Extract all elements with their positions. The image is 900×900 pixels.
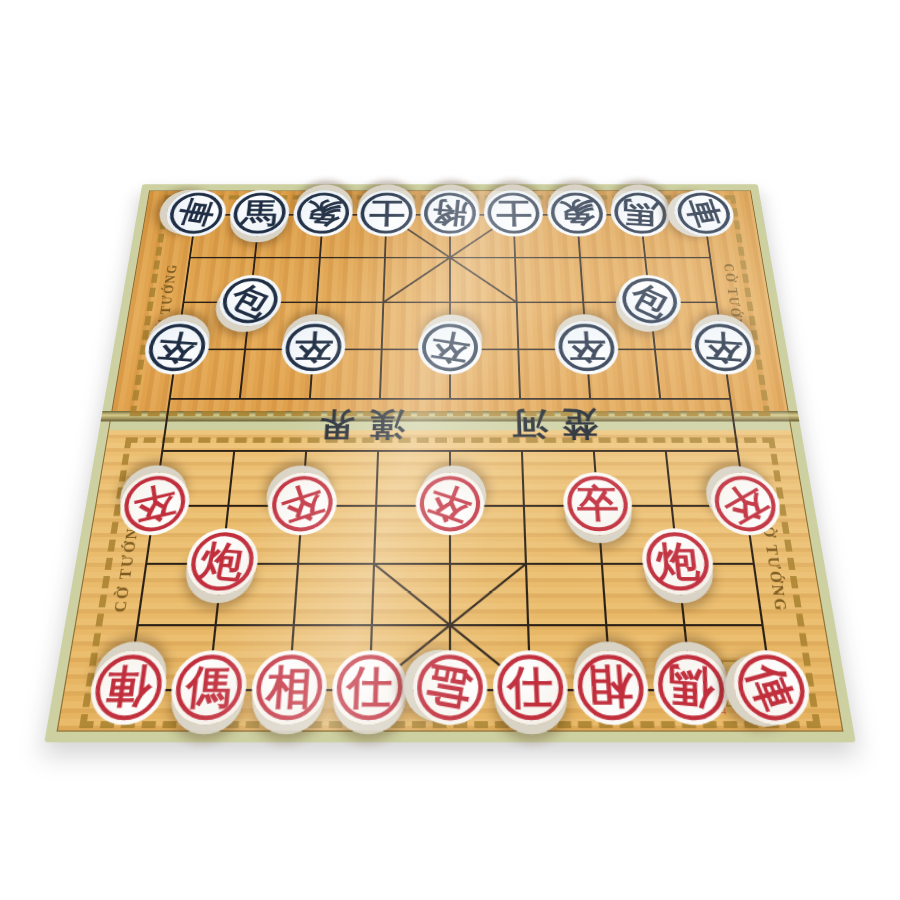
- point-r5c7[interactable]: [627, 425, 705, 478]
- point-r1c4[interactable]: [417, 236, 483, 280]
- piece-red-elephant-r9c2[interactable]: 相: [249, 650, 329, 725]
- point-r7c8[interactable]: [712, 534, 796, 594]
- piece-black-advisor-r0c3[interactable]: 士: [356, 190, 417, 237]
- point-r5c3[interactable]: [341, 425, 415, 478]
- point-r4c1[interactable]: [202, 374, 278, 425]
- point-r7c2[interactable]: [257, 534, 337, 594]
- point-r7c5[interactable]: [487, 534, 565, 594]
- piece-glyph: 卒: [690, 319, 756, 377]
- point-r2c5[interactable]: [483, 280, 551, 326]
- point-r3c5[interactable]: [484, 326, 554, 374]
- board-perspective-wrap: 漢界 楚河 CỜ TƯỚNG CỜ TƯỚNG CỜ TƯỚNG CỜ TƯỚN…: [44, 184, 855, 742]
- point-r1c0[interactable]: [154, 236, 225, 280]
- point-r1c8[interactable]: [675, 236, 746, 280]
- piece-glyph: 相: [249, 650, 329, 725]
- point-r4c8[interactable]: [692, 374, 769, 425]
- piece-black-soldier-r3c8[interactable]: 卒: [690, 319, 756, 377]
- piece-glyph: 將: [418, 188, 482, 238]
- point-r8c3[interactable]: [331, 594, 411, 657]
- piece-red-chariot-r9c0[interactable]: 俥: [85, 650, 170, 725]
- piece-black-soldier-r3c4[interactable]: 卒: [413, 317, 486, 379]
- piece-glyph: 仕: [330, 650, 407, 725]
- piece-black-elephant-r0c2[interactable]: 象: [289, 188, 356, 238]
- xiangqi-board: 漢界 楚河 CỜ TƯỚNG CỜ TƯỚNG CỜ TƯỚNG CỜ TƯỚN…: [44, 184, 855, 742]
- point-r1c5[interactable]: [482, 236, 549, 280]
- piece-red-advisor-r9c3[interactable]: 仕: [330, 650, 407, 725]
- point-r3c7[interactable]: [619, 326, 692, 374]
- piece-glyph: 馬: [227, 190, 291, 237]
- point-r7c6[interactable]: [562, 534, 642, 594]
- photo-stage: 漢界 楚河 CỜ TƯỚNG CỜ TƯỚNG CỜ TƯỚNG CỜ TƯỚN…: [0, 0, 900, 900]
- piece-glyph: 帥: [406, 645, 493, 731]
- piece-black-advisor-r0c5[interactable]: 士: [484, 190, 545, 237]
- piece-glyph: 炮: [639, 528, 717, 595]
- point-r4c2[interactable]: [273, 374, 347, 425]
- piece-glyph: 卒: [413, 317, 486, 379]
- point-r7c4[interactable]: [411, 534, 488, 594]
- piece-glyph: 馬: [610, 188, 670, 238]
- piece-glyph: 卒: [139, 319, 215, 377]
- piece-black-soldier-r3c0[interactable]: 卒: [139, 319, 215, 377]
- piece-red-cannon-r7c1[interactable]: 炮: [180, 526, 263, 598]
- piece-red-general-r9c4[interactable]: 帥: [406, 645, 493, 731]
- piece-glyph: 卒: [553, 321, 620, 375]
- point-r6c3[interactable]: [338, 478, 414, 534]
- point-r6c7[interactable]: [632, 478, 712, 534]
- piece-glyph: 傌: [167, 650, 250, 725]
- piece-red-cannon-r7c7[interactable]: 炮: [639, 528, 717, 595]
- point-r3c1[interactable]: [208, 326, 281, 374]
- point-r6c5[interactable]: [486, 478, 562, 534]
- point-r8c5[interactable]: [489, 594, 569, 657]
- point-r4c5[interactable]: [485, 374, 557, 425]
- piece-glyph: 士: [356, 190, 417, 237]
- point-r4c4[interactable]: [415, 374, 486, 425]
- point-r4c7[interactable]: [623, 374, 699, 425]
- piece-red-advisor-r9c5[interactable]: 仕: [492, 650, 569, 725]
- piece-glyph: 士: [484, 190, 545, 237]
- piece-glyph: 炮: [180, 526, 263, 598]
- point-r7c3[interactable]: [334, 534, 412, 594]
- piece-glyph: 相: [571, 650, 651, 725]
- piece-glyph: 卒: [562, 472, 635, 535]
- piece-red-horse-r9c1[interactable]: 傌: [167, 650, 250, 725]
- piece-glyph: 俥: [85, 650, 170, 725]
- point-r1c6[interactable]: [546, 236, 614, 280]
- point-r4c0[interactable]: [131, 374, 208, 425]
- point-r8c1[interactable]: [173, 594, 258, 657]
- point-r8c6[interactable]: [566, 594, 649, 657]
- point-r8c8[interactable]: [720, 594, 807, 657]
- piece-glyph: 傌: [653, 647, 730, 728]
- piece-red-elephant-r9c6[interactable]: 相: [571, 650, 651, 725]
- point-r2c6[interactable]: [549, 280, 619, 326]
- piece-black-soldier-r3c6[interactable]: 卒: [553, 321, 620, 375]
- point-r3c3[interactable]: [346, 326, 416, 374]
- point-r8c0[interactable]: [93, 594, 180, 657]
- point-r5c1[interactable]: [195, 425, 273, 478]
- piece-black-horse-r0c1[interactable]: 馬: [227, 190, 291, 237]
- point-r8c2[interactable]: [252, 594, 335, 657]
- piece-black-soldier-r3c2[interactable]: 卒: [279, 321, 346, 375]
- point-r7c0[interactable]: [103, 534, 187, 594]
- point-r4c3[interactable]: [344, 374, 416, 425]
- piece-glyph: 卒: [279, 321, 346, 375]
- piece-black-elephant-r0c6[interactable]: 象: [546, 190, 608, 237]
- piece-glyph: 象: [289, 188, 356, 238]
- piece-red-soldier-r6c6[interactable]: 卒: [562, 472, 635, 535]
- point-r4c6[interactable]: [554, 374, 628, 425]
- piece-black-horse-r0c7[interactable]: 馬: [610, 188, 670, 238]
- point-r5c6[interactable]: [556, 425, 632, 478]
- piece-glyph: 仕: [492, 650, 569, 725]
- piece-glyph: 象: [546, 190, 608, 237]
- point-r1c3[interactable]: [351, 236, 418, 280]
- piece-red-horse-r9c7[interactable]: 傌: [653, 647, 730, 728]
- intersection-grid: [83, 194, 818, 724]
- point-r2c2[interactable]: [281, 280, 351, 326]
- point-r2c3[interactable]: [349, 280, 417, 326]
- point-r5c5[interactable]: [485, 425, 559, 478]
- piece-black-general-r0c4[interactable]: 將: [418, 188, 482, 238]
- point-r1c2[interactable]: [285, 236, 353, 280]
